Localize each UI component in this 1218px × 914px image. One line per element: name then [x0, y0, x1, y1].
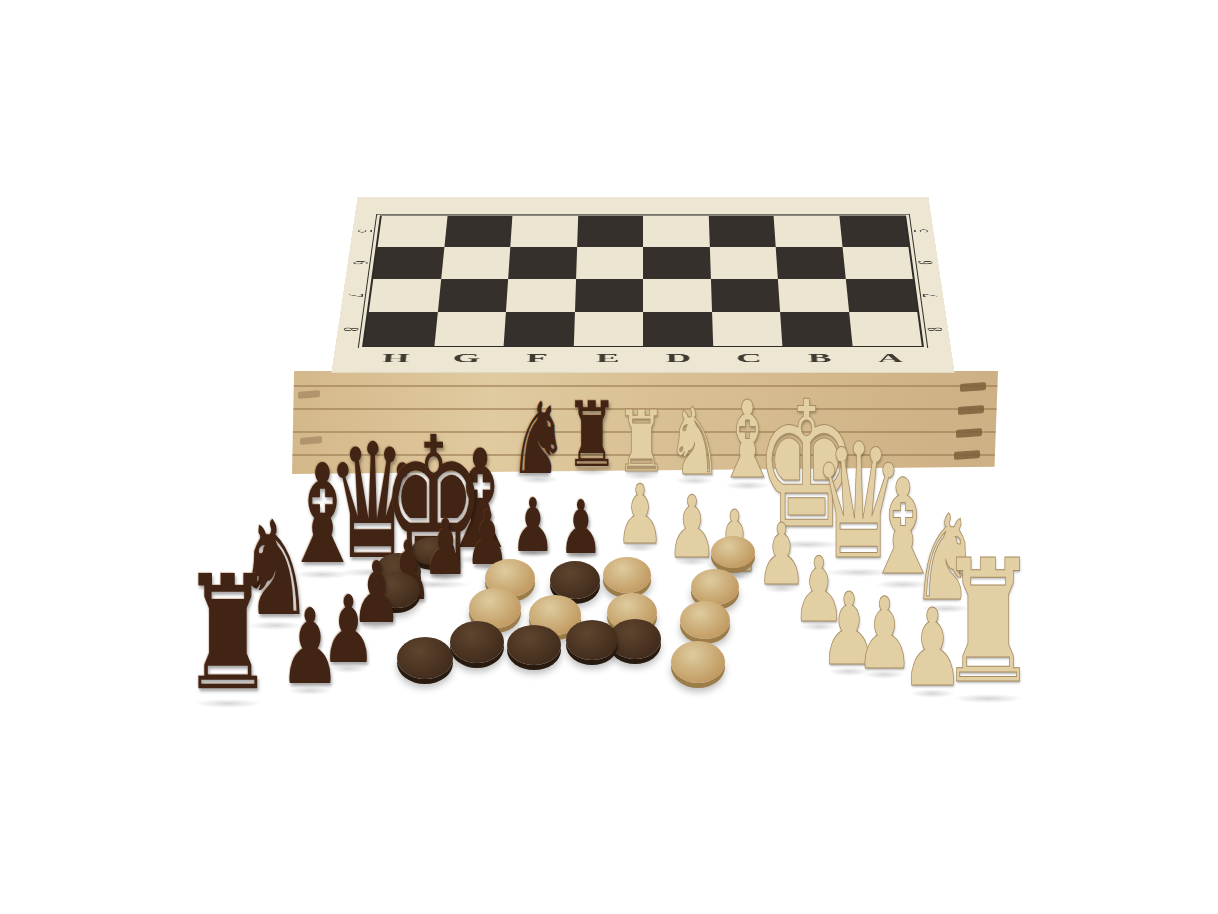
- chess-board-top: HGFEDCBA 5678 5678: [331, 197, 954, 372]
- dark-rook-piece: ♜: [176, 554, 280, 712]
- dark-pawn-piece: ♟: [276, 595, 345, 699]
- light-pawn-piece: ♟: [897, 595, 968, 702]
- square-b8: [780, 312, 852, 346]
- square-b6: [776, 247, 846, 279]
- dark-pawn-piece: ♟: [557, 490, 606, 564]
- light-pawn-piece: ♟: [613, 474, 667, 556]
- coordinate-label: F: [501, 347, 573, 373]
- finger-joint: [958, 405, 984, 415]
- dark-checker-disc: [450, 621, 504, 663]
- square-d8: [643, 312, 713, 346]
- square-e6: [576, 247, 643, 279]
- dark-checker-disc: [566, 620, 618, 660]
- coordinate-label: G: [430, 347, 503, 373]
- coordinate-label: D: [643, 347, 714, 373]
- square-g8: [434, 312, 506, 346]
- light-checker-disc: [671, 641, 725, 683]
- light-checker-disc: [603, 557, 651, 593]
- finger-joint: [954, 450, 980, 460]
- square-d5: [643, 216, 709, 247]
- product-photo-chess-set: HGFEDCBA 5678 5678 ♜♞♝♛♚♝♞♜♟♟♟♟♟♟♟♟♜♞♝♚♛…: [0, 0, 1218, 914]
- dark-checker-disc: [397, 637, 453, 679]
- finger-joint: [960, 382, 986, 392]
- square-f7: [506, 279, 576, 312]
- finger-joint: [956, 428, 982, 438]
- square-c5: [708, 216, 775, 247]
- square-d7: [643, 279, 712, 312]
- square-e8: [573, 312, 643, 346]
- light-checker-disc: [691, 569, 739, 605]
- coordinate-label: 7: [307, 291, 405, 300]
- dark-checker-disc: [550, 561, 600, 599]
- coordinate-label: E: [572, 347, 643, 373]
- coordinate-label: 6: [312, 258, 408, 267]
- light-checker-disc: [711, 536, 755, 568]
- light-checker-disc: [680, 601, 730, 639]
- square-f8: [504, 312, 575, 346]
- dark-checker-disc: [507, 625, 561, 665]
- square-b7: [778, 279, 849, 312]
- dark-pawn-piece: ♟: [509, 488, 558, 562]
- coordinate-label: 7: [881, 291, 979, 300]
- square-g6: [441, 247, 511, 279]
- coordinate-label: A: [854, 347, 928, 373]
- coordinate-label: 6: [877, 258, 973, 267]
- board-squares: [362, 215, 924, 346]
- coordinate-label: H: [359, 347, 433, 373]
- square-c6: [709, 247, 778, 279]
- square-e7: [574, 279, 643, 312]
- square-b5: [774, 216, 842, 247]
- square-c7: [710, 279, 780, 312]
- coordinate-label: 5: [318, 227, 413, 235]
- square-f6: [508, 247, 577, 279]
- square-d6: [643, 247, 710, 279]
- square-c8: [712, 312, 783, 346]
- coordinate-label: 5: [874, 227, 969, 235]
- coordinate-label: 8: [301, 325, 401, 334]
- square-g5: [444, 216, 512, 247]
- finger-joint: [298, 390, 320, 399]
- square-e5: [577, 216, 643, 247]
- square-f5: [510, 216, 577, 247]
- square-g7: [437, 279, 508, 312]
- coordinate-label: 8: [885, 325, 985, 334]
